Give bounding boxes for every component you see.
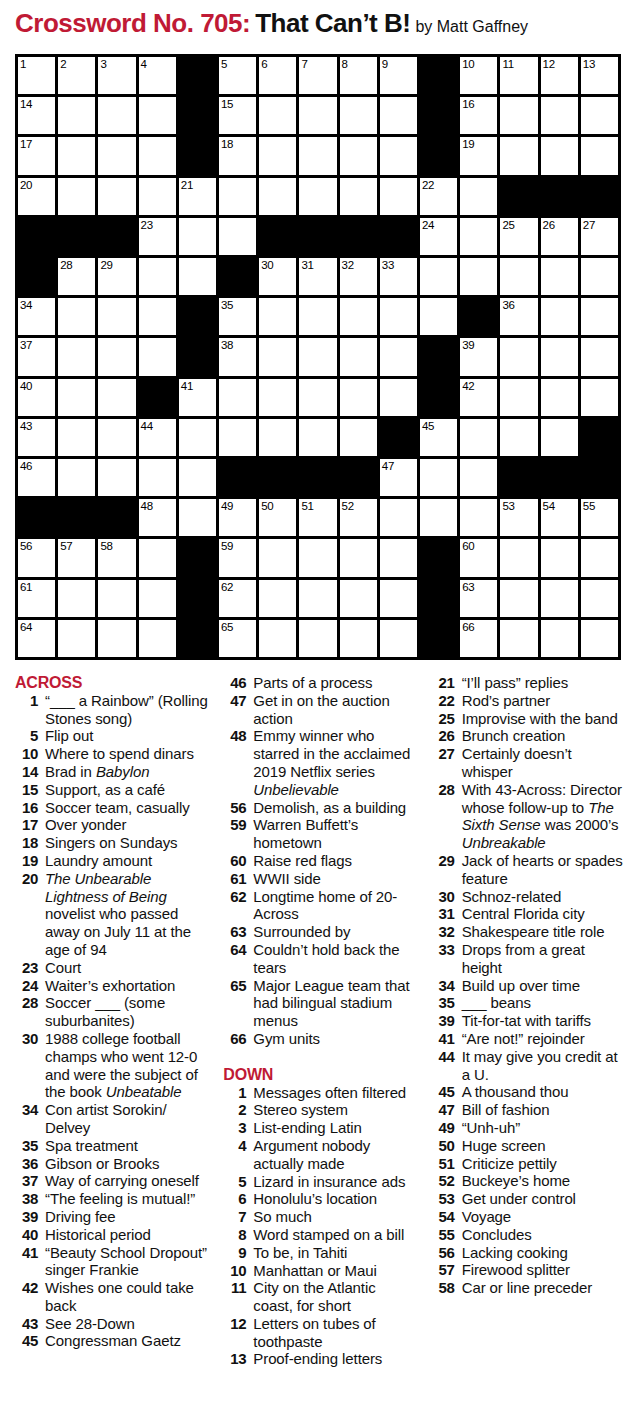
grid-cell-r4c4[interactable] [139, 178, 176, 215]
grid-cell-r1c9[interactable]: 8 [340, 57, 377, 94]
grid-cell-r3c7[interactable] [259, 137, 296, 174]
clue-text: Brunch creation [462, 727, 626, 745]
grid-cell-r8c1[interactable]: 37 [18, 338, 55, 375]
grid-cell-r6c11[interactable] [420, 258, 457, 295]
block-cell-r14c11 [420, 580, 457, 617]
grid-cell-r11c1[interactable]: 46 [18, 459, 55, 496]
grid-cell-r8c12[interactable]: 39 [460, 338, 497, 375]
clue-down-34: 34Build up over time [432, 977, 626, 995]
grid-cell-r6c2[interactable]: 28 [58, 258, 95, 295]
clue-text: Central Florida city [462, 905, 626, 923]
grid-cell-r4c7[interactable] [259, 178, 296, 215]
grid-cell-r14c8[interactable] [299, 580, 336, 617]
clue-text: Improvise with the band [462, 710, 626, 728]
clue-number: 36 [15, 1155, 45, 1173]
grid-cell-r14c7[interactable] [259, 580, 296, 617]
grid-cell-r12c4[interactable]: 48 [139, 499, 176, 536]
crossword-series-label: Crossword No. 705: [15, 8, 250, 38]
clue-across-24: 24Waiter’s exhortation [15, 977, 209, 995]
cell-number: 44 [141, 420, 153, 433]
grid-cell-r8c10[interactable] [380, 338, 417, 375]
clue-number: 22 [432, 692, 462, 710]
clue-number: 17 [15, 816, 45, 834]
page-title: Crossword No. 705:That Can’t B!by Matt G… [15, 8, 626, 39]
grid-cell-r12c11[interactable] [420, 499, 457, 536]
block-cell-r11c9 [340, 459, 377, 496]
grid-cell-r7c7[interactable] [259, 298, 296, 335]
grid-cell-r1c6[interactable]: 5 [219, 57, 256, 94]
cell-number: 39 [462, 339, 474, 352]
grid-cell-r8c9[interactable] [340, 338, 377, 375]
grid-cell-r12c6[interactable]: 49 [219, 499, 256, 536]
grid-cell-r11c5[interactable] [179, 459, 216, 496]
block-cell-r1c11 [420, 57, 457, 94]
grid-cell-r3c3[interactable] [98, 137, 135, 174]
grid-cell-r10c9[interactable] [340, 419, 377, 456]
grid-cell-r11c12[interactable] [460, 459, 497, 496]
clue-number: 45 [432, 1083, 462, 1101]
grid-cell-r11c11[interactable] [420, 459, 457, 496]
clue-number: 45 [15, 1332, 45, 1350]
grid-cell-r13c3[interactable]: 58 [98, 539, 135, 576]
grid-cell-r2c12[interactable]: 16 [460, 97, 497, 134]
grid-cell-r7c1[interactable]: 34 [18, 298, 55, 335]
clue-text: Honolulu’s location [253, 1190, 417, 1208]
block-cell-r11c14 [541, 459, 578, 496]
grid-cell-r5c4[interactable]: 23 [139, 218, 176, 255]
grid-cell-r2c3[interactable] [98, 97, 135, 134]
clue-number: 34 [15, 1101, 45, 1137]
clue-text: “___ a Rainbow” (Rolling Stones song) [45, 692, 209, 728]
clue-number: 33 [432, 941, 462, 977]
grid-cell-r2c7[interactable] [259, 97, 296, 134]
clue-text: Driving fee [45, 1208, 209, 1226]
grid-cell-r15c2[interactable] [58, 620, 95, 657]
cell-number: 11 [502, 58, 513, 71]
grid-cell-r6c5[interactable] [179, 258, 216, 295]
clue-text: “Unh-uh” [462, 1119, 626, 1137]
clue-across-37: 37Way of carrying oneself [15, 1172, 209, 1190]
grid-cell-r12c8[interactable]: 51 [299, 499, 336, 536]
grid-cell-r6c15[interactable] [581, 258, 618, 295]
grid-cell-r4c1[interactable]: 20 [18, 178, 55, 215]
grid-cell-r6c8[interactable]: 31 [299, 258, 336, 295]
grid-cell-r1c7[interactable]: 6 [259, 57, 296, 94]
cell-number: 31 [301, 259, 313, 272]
grid-cell-r1c4[interactable]: 4 [139, 57, 176, 94]
grid-cell-r5c6[interactable] [219, 218, 256, 255]
grid-cell-r14c12[interactable]: 63 [460, 580, 497, 617]
grid-cell-r10c12[interactable] [460, 419, 497, 456]
grid-cell-r1c8[interactable]: 7 [299, 57, 336, 94]
grid-cell-r9c10[interactable] [380, 379, 417, 416]
grid-cell-r13c13[interactable] [500, 539, 537, 576]
grid-cell-r12c7[interactable]: 50 [259, 499, 296, 536]
cell-number: 7 [301, 58, 307, 71]
across-header: ACROSS [15, 674, 209, 692]
grid-cell-r7c8[interactable] [299, 298, 336, 335]
cell-number: 38 [221, 339, 233, 352]
clue-number: 46 [223, 674, 253, 692]
grid-cell-r7c13[interactable]: 36 [500, 298, 537, 335]
grid-cell-r13c9[interactable] [340, 539, 377, 576]
grid-cell-r12c9[interactable]: 52 [340, 499, 377, 536]
grid-cell-r12c10[interactable] [380, 499, 417, 536]
grid-cell-r14c3[interactable] [98, 580, 135, 617]
clue-down-35: 35___ beans [432, 994, 626, 1012]
grid-cell-r5c12[interactable] [460, 218, 497, 255]
grid-cell-r1c13[interactable]: 11 [500, 57, 537, 94]
clue-across-38: 38“The feeling is mutual!” [15, 1190, 209, 1208]
cell-number: 48 [141, 500, 153, 513]
grid-cell-r13c2[interactable]: 57 [58, 539, 95, 576]
clue-text: Flip out [45, 727, 209, 745]
cell-number: 50 [261, 500, 273, 513]
grid-cell-r1c3[interactable]: 3 [98, 57, 135, 94]
grid-cell-r10c5[interactable] [179, 419, 216, 456]
grid-cell-r2c4[interactable] [139, 97, 176, 134]
grid-cell-r13c12[interactable]: 60 [460, 539, 497, 576]
clue-across-59: 59Warren Buffett’s hometown [223, 816, 417, 852]
grid-cell-r10c7[interactable] [259, 419, 296, 456]
cell-number: 3 [100, 58, 106, 71]
grid-cell-r15c6[interactable]: 65 [219, 620, 256, 657]
grid-cell-r13c10[interactable] [380, 539, 417, 576]
grid-cell-r4c10[interactable] [380, 178, 417, 215]
grid-cell-r15c9[interactable] [340, 620, 377, 657]
grid-cell-r4c8[interactable] [299, 178, 336, 215]
grid-cell-r14c10[interactable] [380, 580, 417, 617]
grid-cell-r8c15[interactable] [581, 338, 618, 375]
grid-cell-r9c6[interactable] [219, 379, 256, 416]
grid-cell-r3c14[interactable] [541, 137, 578, 174]
clue-text: Huge screen [462, 1137, 626, 1155]
grid-cell-r6c14[interactable] [541, 258, 578, 295]
grid-cell-r9c8[interactable] [299, 379, 336, 416]
grid-cell-r3c6[interactable]: 18 [219, 137, 256, 174]
cell-number: 61 [20, 581, 32, 594]
clue-down-47: 47Bill of fashion [432, 1101, 626, 1119]
grid-cell-r10c6[interactable] [219, 419, 256, 456]
grid-cell-r14c13[interactable] [500, 580, 537, 617]
clue-text: Criticize pettily [462, 1155, 626, 1173]
grid-cell-r12c13[interactable]: 53 [500, 499, 537, 536]
clue-number: 5 [223, 1173, 253, 1191]
grid-cell-r13c14[interactable] [541, 539, 578, 576]
grid-cell-r11c10[interactable]: 47 [380, 459, 417, 496]
grid-cell-r9c13[interactable] [500, 379, 537, 416]
clue-number: 60 [223, 852, 253, 870]
grid-cell-r15c14[interactable] [541, 620, 578, 657]
grid-cell-r12c5[interactable] [179, 499, 216, 536]
grid-cell-r7c11[interactable] [420, 298, 457, 335]
grid-cell-r1c14[interactable]: 12 [541, 57, 578, 94]
grid-cell-r12c14[interactable]: 54 [541, 499, 578, 536]
clue-down-5: 5Lizard in insurance ads [223, 1173, 417, 1191]
grid-cell-r4c5[interactable]: 21 [179, 178, 216, 215]
grid-cell-r8c3[interactable] [98, 338, 135, 375]
block-cell-r7c5 [179, 298, 216, 335]
grid-cell-r9c15[interactable] [581, 379, 618, 416]
grid-cell-r2c1[interactable]: 14 [18, 97, 55, 134]
clue-number: 47 [432, 1101, 462, 1119]
clue-text: Waiter’s exhortation [45, 977, 209, 995]
cell-number: 29 [100, 259, 112, 272]
grid-cell-r7c14[interactable] [541, 298, 578, 335]
grid-cell-r15c1[interactable]: 64 [18, 620, 55, 657]
clue-text: Jack of hearts or spades feature [462, 852, 626, 888]
clue-down-33: 33Drops from a great height [432, 941, 626, 977]
grid-cell-r1c10[interactable]: 9 [380, 57, 417, 94]
grid-cell-r14c4[interactable] [139, 580, 176, 617]
grid-cell-r8c6[interactable]: 38 [219, 338, 256, 375]
grid-cell-r9c14[interactable] [541, 379, 578, 416]
clue-number: 30 [432, 888, 462, 906]
clue-number: 4 [223, 1137, 253, 1173]
cell-number: 13 [583, 58, 595, 71]
clue-number: 13 [223, 1350, 253, 1368]
grid-cell-r8c2[interactable] [58, 338, 95, 375]
grid-cell-r7c4[interactable] [139, 298, 176, 335]
grid-cell-r13c8[interactable] [299, 539, 336, 576]
grid-cell-r4c2[interactable] [58, 178, 95, 215]
grid-cell-r7c10[interactable] [380, 298, 417, 335]
clue-across-46: 46Parts of a process [223, 674, 417, 692]
grid-cell-r6c12[interactable] [460, 258, 497, 295]
grid-cell-r8c14[interactable] [541, 338, 578, 375]
grid-cell-r3c10[interactable] [380, 137, 417, 174]
grid-cell-r4c9[interactable] [340, 178, 377, 215]
grid-cell-r5c14[interactable]: 26 [541, 218, 578, 255]
grid-cell-r7c3[interactable] [98, 298, 135, 335]
clue-down-6: 6Honolulu’s location [223, 1190, 417, 1208]
grid-cell-r4c6[interactable] [219, 178, 256, 215]
grid-cell-r3c1[interactable]: 17 [18, 137, 55, 174]
clue-number: 20 [15, 870, 45, 959]
grid-cell-r6c9[interactable]: 32 [340, 258, 377, 295]
grid-cell-r5c15[interactable]: 27 [581, 218, 618, 255]
crossword-grid[interactable]: 1234567891011121314151617181920212223242… [15, 54, 621, 660]
clue-number: 28 [15, 994, 45, 1030]
grid-cell-r14c6[interactable]: 62 [219, 580, 256, 617]
grid-cell-r2c9[interactable] [340, 97, 377, 134]
clue-number: 35 [432, 994, 462, 1012]
clue-text: Car or line preceder [462, 1279, 626, 1297]
grid-cell-r1c2[interactable]: 2 [58, 57, 95, 94]
grid-cell-r15c4[interactable] [139, 620, 176, 657]
clue-across-30: 301988 college football champs who went … [15, 1030, 209, 1101]
block-cell-r6c1 [18, 258, 55, 295]
grid-cell-r7c6[interactable]: 35 [219, 298, 256, 335]
grid-cell-r15c13[interactable] [500, 620, 537, 657]
cell-number: 17 [20, 138, 32, 151]
grid-cell-r1c1[interactable]: 1 [18, 57, 55, 94]
clue-number: 29 [432, 852, 462, 888]
grid-cell-r1c12[interactable]: 10 [460, 57, 497, 94]
clue-number: 1 [15, 692, 45, 728]
grid-cell-r14c1[interactable]: 61 [18, 580, 55, 617]
grid-cell-r15c3[interactable] [98, 620, 135, 657]
clue-across-34: 34Con artist Sorokin/ Delvey [15, 1101, 209, 1137]
block-cell-r3c5 [179, 137, 216, 174]
grid-cell-r9c12[interactable]: 42 [460, 379, 497, 416]
clue-number: 10 [223, 1262, 253, 1280]
clue-across-14: 14Brad in Babylon [15, 763, 209, 781]
grid-cell-r13c4[interactable] [139, 539, 176, 576]
cell-number: 22 [422, 179, 434, 192]
grid-cell-r14c9[interactable] [340, 580, 377, 617]
grid-cell-r10c14[interactable] [541, 419, 578, 456]
grid-cell-r15c10[interactable] [380, 620, 417, 657]
cell-number: 60 [462, 540, 474, 553]
block-cell-r15c11 [420, 620, 457, 657]
clue-number: 23 [15, 959, 45, 977]
grid-cell-r2c13[interactable] [500, 97, 537, 134]
grid-cell-r11c2[interactable] [58, 459, 95, 496]
cell-number: 41 [181, 380, 193, 393]
grid-cell-r6c13[interactable] [500, 258, 537, 295]
clue-number: 15 [15, 781, 45, 799]
cell-number: 55 [583, 500, 595, 513]
cell-number: 34 [20, 299, 32, 312]
clue-number: 25 [432, 710, 462, 728]
clue-number: 19 [15, 852, 45, 870]
grid-cell-r10c2[interactable] [58, 419, 95, 456]
clue-text: Tit-for-tat with tariffs [462, 1012, 626, 1030]
grid-cell-r15c12[interactable]: 66 [460, 620, 497, 657]
grid-cell-r9c9[interactable] [340, 379, 377, 416]
grid-cell-r14c15[interactable] [581, 580, 618, 617]
grid-cell-r3c8[interactable] [299, 137, 336, 174]
cell-number: 57 [60, 540, 72, 553]
grid-cell-r11c4[interactable] [139, 459, 176, 496]
grid-cell-r6c4[interactable] [139, 258, 176, 295]
grid-cell-r15c7[interactable] [259, 620, 296, 657]
grid-cell-r7c2[interactable] [58, 298, 95, 335]
grid-cell-r2c8[interactable] [299, 97, 336, 134]
cell-number: 5 [221, 58, 227, 71]
grid-cell-r6c10[interactable]: 33 [380, 258, 417, 295]
block-cell-r5c1 [18, 218, 55, 255]
clue-text: Lacking cooking [462, 1244, 626, 1262]
grid-cell-r13c6[interactable]: 59 [219, 539, 256, 576]
grid-cell-r10c1[interactable]: 43 [18, 419, 55, 456]
clue-across-61: 61WWII side [223, 870, 417, 888]
grid-cell-r2c2[interactable] [58, 97, 95, 134]
grid-cell-r10c3[interactable] [98, 419, 135, 456]
cell-number: 66 [462, 621, 474, 634]
grid-cell-r5c5[interactable] [179, 218, 216, 255]
clue-across-39: 39Driving fee [15, 1208, 209, 1226]
grid-cell-r2c15[interactable] [581, 97, 618, 134]
grid-cell-r9c1[interactable]: 40 [18, 379, 55, 416]
clue-text: “Are not!” rejoinder [462, 1030, 626, 1048]
grid-cell-r5c11[interactable]: 24 [420, 218, 457, 255]
grid-cell-r5c13[interactable]: 25 [500, 218, 537, 255]
cell-number: 30 [261, 259, 273, 272]
cell-number: 54 [543, 500, 555, 513]
grid-cell-r15c8[interactable] [299, 620, 336, 657]
block-cell-r11c7 [259, 459, 296, 496]
block-cell-r9c11 [420, 379, 457, 416]
grid-cell-r4c12[interactable] [460, 178, 497, 215]
clue-number: 50 [432, 1137, 462, 1155]
grid-cell-r6c3[interactable]: 29 [98, 258, 135, 295]
grid-cell-r3c2[interactable] [58, 137, 95, 174]
grid-cell-r1c15[interactable]: 13 [581, 57, 618, 94]
clue-down-4: 4Argument nobody actually made [223, 1137, 417, 1173]
clue-text: Way of carrying oneself [45, 1172, 209, 1190]
clue-number: 51 [432, 1155, 462, 1173]
clue-text: It may give you credit at a U. [462, 1048, 626, 1084]
grid-cell-r10c11[interactable]: 45 [420, 419, 457, 456]
grid-cell-r13c7[interactable] [259, 539, 296, 576]
grid-cell-r8c13[interactable] [500, 338, 537, 375]
grid-cell-r12c12[interactable] [460, 499, 497, 536]
grid-cell-r2c10[interactable] [380, 97, 417, 134]
grid-cell-r3c12[interactable]: 19 [460, 137, 497, 174]
cell-number: 35 [221, 299, 233, 312]
grid-cell-r13c1[interactable]: 56 [18, 539, 55, 576]
clue-number: 49 [432, 1119, 462, 1137]
grid-cell-r10c8[interactable] [299, 419, 336, 456]
grid-cell-r3c13[interactable] [500, 137, 537, 174]
grid-cell-r9c2[interactable] [58, 379, 95, 416]
grid-cell-r6c7[interactable]: 30 [259, 258, 296, 295]
clue-down-58: 58Car or line preceder [432, 1279, 626, 1297]
clue-text: Concludes [462, 1226, 626, 1244]
clue-number: 52 [432, 1172, 462, 1190]
clue-number: 1 [223, 1084, 253, 1102]
grid-cell-r9c7[interactable] [259, 379, 296, 416]
grid-cell-r10c4[interactable]: 44 [139, 419, 176, 456]
clue-number: 8 [223, 1226, 253, 1244]
grid-cell-r15c15[interactable] [581, 620, 618, 657]
block-cell-r15c5 [179, 620, 216, 657]
grid-cell-r9c5[interactable]: 41 [179, 379, 216, 416]
grid-cell-r3c9[interactable] [340, 137, 377, 174]
grid-cell-r8c4[interactable] [139, 338, 176, 375]
grid-cell-r3c15[interactable] [581, 137, 618, 174]
grid-cell-r7c9[interactable] [340, 298, 377, 335]
cell-number: 6 [261, 58, 267, 71]
clue-text: Get under control [462, 1190, 626, 1208]
clue-number: 40 [15, 1226, 45, 1244]
clue-text: Stereo system [253, 1101, 417, 1119]
grid-cell-r7c15[interactable] [581, 298, 618, 335]
grid-cell-r10c13[interactable] [500, 419, 537, 456]
down-header: DOWN [223, 1066, 417, 1084]
clue-down-30: 30Schnoz-related [432, 888, 626, 906]
grid-cell-r14c2[interactable] [58, 580, 95, 617]
grid-cell-r8c7[interactable] [259, 338, 296, 375]
grid-cell-r13c15[interactable] [581, 539, 618, 576]
clue-column-3: 21“I’ll pass” replies22Rod’s partner25Im… [432, 674, 626, 1297]
grid-cell-r2c6[interactable]: 15 [219, 97, 256, 134]
grid-cell-r3c4[interactable] [139, 137, 176, 174]
grid-cell-r14c14[interactable] [541, 580, 578, 617]
grid-cell-r2c14[interactable] [541, 97, 578, 134]
grid-cell-r9c3[interactable] [98, 379, 135, 416]
grid-cell-r8c8[interactable] [299, 338, 336, 375]
grid-cell-r4c11[interactable]: 22 [420, 178, 457, 215]
clue-text: Congressman Gaetz [45, 1332, 209, 1350]
block-cell-r5c9 [340, 218, 377, 255]
grid-cell-r4c3[interactable] [98, 178, 135, 215]
grid-cell-r11c3[interactable] [98, 459, 135, 496]
grid-cell-r12c15[interactable]: 55 [581, 499, 618, 536]
block-cell-r11c6 [219, 459, 256, 496]
